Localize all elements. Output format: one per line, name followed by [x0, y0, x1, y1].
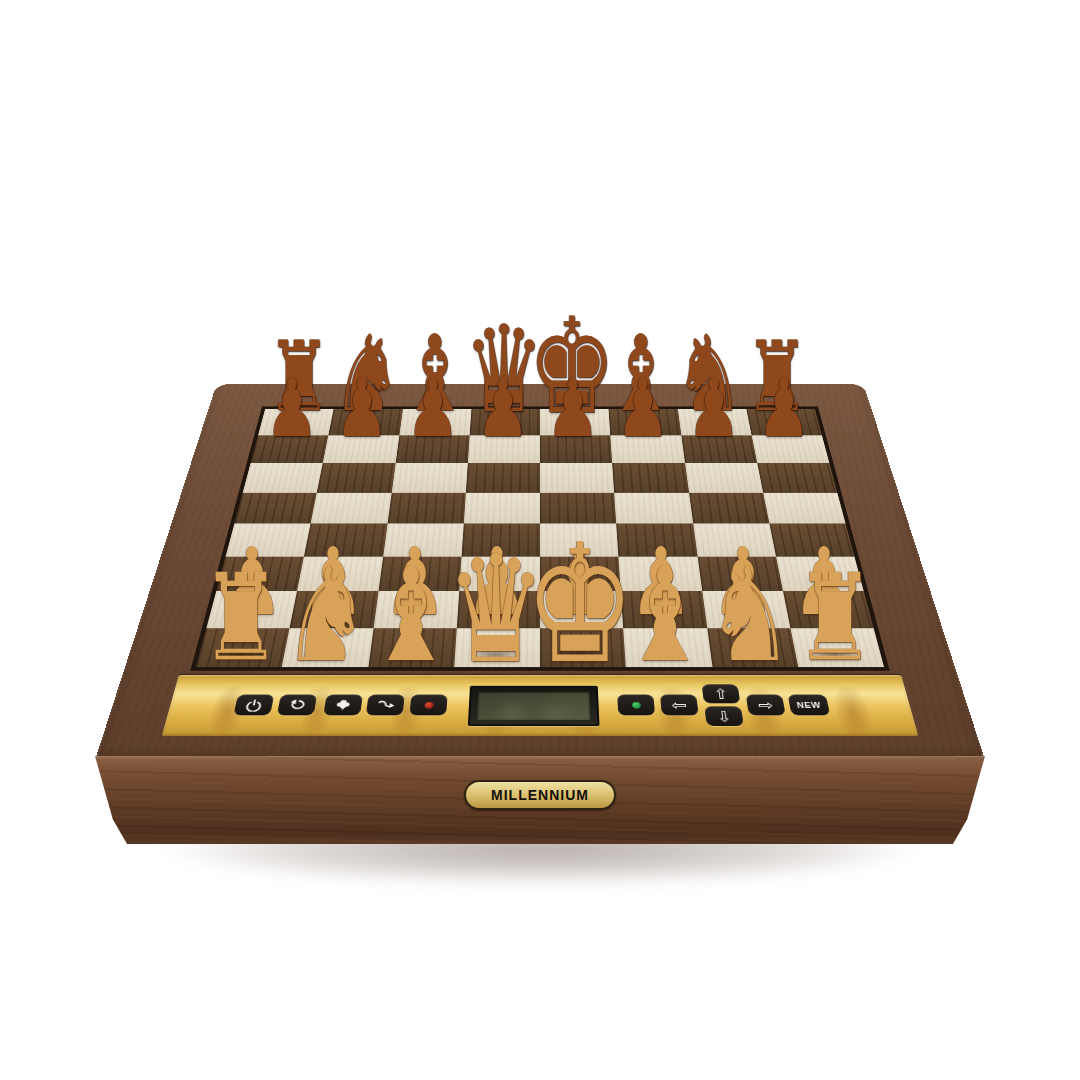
square-a5[interactable]: [234, 492, 317, 523]
black-pawn-g7[interactable]: ♟: [687, 369, 741, 449]
white-bishop-f1[interactable]: ♝: [621, 550, 708, 680]
pieces-layer: ♜♞♝♛♚♝♞♜♟♟♟♟♟♟♟♟♟♟♟♟♟♟♟♟♜♞♝♛♚♝♞♜: [0, 0, 1080, 1080]
square-f6[interactable]: [612, 463, 688, 492]
arrow-left-icon: ⇦: [671, 698, 688, 712]
white-knight-g1[interactable]: ♞: [706, 550, 793, 680]
brand-plate: MILLENNIUM: [464, 780, 616, 810]
undo-arrow-icon: [286, 699, 307, 711]
red-button[interactable]: [409, 695, 447, 716]
product-photo-stage: ⇦ ⇧ ⇩ ⇨ NEW MILLENNIUM ♜♞♝♛♚♝♞♜♟♟♟♟♟♟♟♟♟…: [0, 0, 1080, 1080]
black-pawn-f7[interactable]: ♟: [616, 369, 670, 449]
white-bishop-c1[interactable]: ♝: [367, 550, 454, 680]
black-pawn-a7[interactable]: ♟: [265, 369, 319, 449]
left-button[interactable]: ⇦: [660, 695, 699, 716]
square-c5[interactable]: [387, 492, 465, 523]
white-rook-a1[interactable]: ♜: [201, 558, 282, 678]
square-b6[interactable]: [317, 463, 395, 492]
down-button[interactable]: ⇩: [704, 706, 744, 726]
new-button[interactable]: NEW: [788, 695, 831, 716]
white-rook-h1[interactable]: ♜: [794, 558, 875, 678]
square-e6[interactable]: [540, 463, 614, 492]
black-pawn-e7[interactable]: ♟: [546, 369, 600, 449]
power-button[interactable]: [233, 695, 274, 716]
square-h5[interactable]: [763, 492, 846, 523]
replay-button[interactable]: [366, 695, 405, 716]
brand-logo-text: MILLENNIUM: [491, 787, 589, 804]
red-dot-icon: [424, 702, 433, 709]
square-g6[interactable]: [685, 463, 763, 492]
green-dot-icon: [631, 702, 640, 709]
power-icon: [243, 699, 265, 712]
right-button[interactable]: ⇨: [746, 695, 786, 716]
white-knight-b1[interactable]: ♞: [282, 550, 369, 680]
black-pawn-h7[interactable]: ♟: [757, 369, 811, 449]
arrow-down-icon: ⇩: [715, 709, 732, 723]
chess-computer-front-edge: MILLENNIUM: [95, 756, 985, 844]
black-pawn-d7[interactable]: ♟: [476, 369, 530, 449]
square-c6[interactable]: [391, 463, 467, 492]
redo-arrow-icon: [375, 699, 396, 711]
square-a6[interactable]: [243, 463, 323, 492]
white-king-e1[interactable]: ♚: [525, 523, 635, 687]
blossom-button[interactable]: [323, 695, 363, 716]
square-b5[interactable]: [311, 492, 392, 523]
black-pawn-b7[interactable]: ♟: [336, 369, 390, 449]
arrow-right-icon: ⇨: [757, 698, 775, 712]
take-back-button[interactable]: [277, 695, 317, 716]
square-g5[interactable]: [689, 492, 770, 523]
new-button-label: NEW: [796, 701, 822, 709]
square-d6[interactable]: [466, 463, 540, 492]
black-pawn-c7[interactable]: ♟: [406, 369, 460, 449]
blossom-icon: [334, 699, 353, 711]
square-h6[interactable]: [757, 463, 837, 492]
